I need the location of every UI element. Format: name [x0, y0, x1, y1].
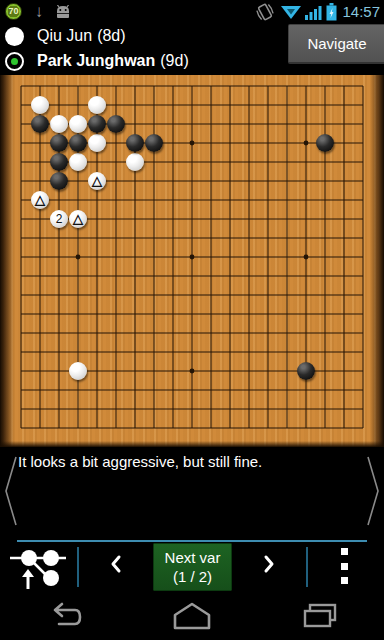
android-nav-bar	[0, 592, 384, 640]
stone-white	[69, 362, 87, 380]
black-stone-turn-icon	[5, 52, 24, 71]
player-row-black: Park Junghwan (9d)	[0, 49, 290, 73]
vibrate-icon	[254, 2, 276, 22]
player-white-rank: (8d)	[97, 27, 125, 45]
stone-black	[50, 153, 68, 171]
stone-white: △	[69, 210, 87, 228]
phone-screen: 70 ↓	[0, 0, 384, 640]
android-icon	[54, 5, 72, 19]
toolbar-divider-line	[17, 540, 367, 542]
player-black-name: Park Junghwan	[37, 52, 155, 70]
comment-text: It looks a bit aggressive, but still fin…	[18, 452, 358, 472]
stone-black	[126, 134, 144, 152]
turn-indicator-dot	[11, 58, 18, 65]
clock: 14:57	[342, 0, 380, 24]
game-tree-icon[interactable]	[8, 547, 68, 591]
stone-white	[126, 153, 144, 171]
player-row-white: Qiu Jun (8d)	[0, 24, 290, 48]
stone-white	[88, 134, 106, 152]
stone-white	[50, 115, 68, 133]
previous-move-button[interactable]	[108, 554, 124, 574]
stone-black	[31, 115, 49, 133]
stone-black	[69, 134, 87, 152]
next-page-chevron-icon[interactable]	[365, 455, 381, 527]
recents-button[interactable]	[298, 599, 342, 633]
stone-black	[316, 134, 334, 152]
stone-white	[88, 96, 106, 114]
stone-black	[145, 134, 163, 152]
next-var-count: (1 / 2)	[173, 568, 212, 585]
move-number-label: 2	[50, 210, 68, 228]
overflow-menu-icon[interactable]	[341, 548, 348, 584]
navigate-button[interactable]: Navigate	[288, 24, 384, 64]
stone-black	[50, 134, 68, 152]
prev-page-chevron-icon[interactable]	[3, 455, 19, 527]
home-button[interactable]	[170, 599, 214, 633]
toolbar-separator	[306, 547, 308, 587]
stone-black	[50, 172, 68, 190]
comment-area: It looks a bit aggressive, but still fin…	[0, 447, 384, 533]
stone-black	[297, 362, 315, 380]
download-icon: ↓	[30, 2, 48, 22]
next-var-label: Next var	[165, 549, 221, 566]
wifi-icon	[280, 3, 302, 21]
status-bar: 70 ↓	[0, 0, 384, 24]
stone-white: △	[31, 191, 49, 209]
stone-white: △	[88, 172, 106, 190]
stone-white	[69, 115, 87, 133]
white-stone-icon	[5, 27, 24, 46]
toolbar-separator	[77, 547, 79, 587]
variation-toolbar: Next var (1 / 2)	[0, 533, 384, 592]
stone-white	[69, 153, 87, 171]
stone-white: 2	[50, 210, 68, 228]
triangle-mark: △	[31, 191, 49, 209]
player-black-rank: (9d)	[160, 52, 188, 70]
stone-white	[31, 96, 49, 114]
stone-black	[107, 115, 125, 133]
triangle-mark: △	[69, 210, 87, 228]
battery-percent-badge: 70	[5, 3, 22, 20]
signal-icon	[305, 3, 323, 21]
board-left-shadow	[0, 75, 14, 447]
board-right-shadow	[370, 75, 384, 447]
go-board[interactable]: △△2△	[0, 75, 384, 447]
triangle-mark: △	[88, 172, 106, 190]
back-button[interactable]	[42, 599, 86, 633]
next-move-button[interactable]	[261, 554, 277, 574]
player-white-name: Qiu Jun	[37, 27, 92, 45]
battery-charging-icon	[326, 3, 337, 21]
next-var-button[interactable]: Next var (1 / 2)	[153, 543, 232, 591]
stone-black	[88, 115, 106, 133]
